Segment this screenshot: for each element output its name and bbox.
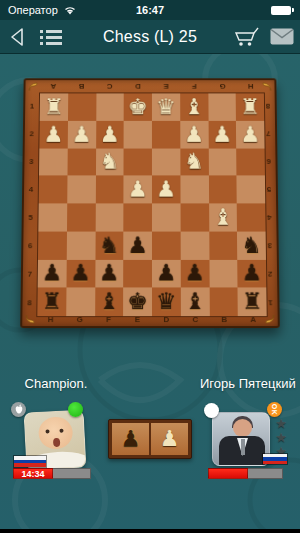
file-label: G (208, 80, 236, 92)
square-b2[interactable]: ♟ (208, 121, 236, 148)
square-d2[interactable] (152, 121, 180, 148)
square-c8[interactable]: ♝ (181, 288, 210, 316)
rank-label: 2 (25, 120, 39, 148)
file-labels-top: HGFEDCBA (39, 80, 265, 92)
status-clock: 16:47 (0, 4, 300, 16)
square-c7[interactable]: ♟ (180, 259, 209, 287)
russia-flag-icon (13, 455, 47, 468)
piece-white-king: ♚ (124, 93, 152, 120)
square-f3[interactable]: ♞ (95, 148, 123, 176)
app-screen: Оператор 16:47 Chess (L) 2 (0, 0, 300, 533)
piece-white-pawn: ♟ (236, 121, 264, 148)
piece-black-pawn: ♟ (237, 259, 266, 287)
russia-flag-icon (262, 453, 288, 465)
piece-white-knight: ♞ (95, 148, 123, 176)
square-g7[interactable]: ♟ (66, 259, 95, 287)
square-f5[interactable] (95, 203, 123, 231)
online-status-dot (68, 402, 83, 417)
avatar-photo (233, 419, 252, 437)
square-f4[interactable] (95, 176, 123, 204)
square-e5[interactable] (124, 203, 152, 231)
square-h8[interactable]: ♜ (37, 288, 66, 316)
status-bar: Оператор 16:47 (0, 0, 300, 20)
rank-label: 6 (23, 232, 37, 260)
square-h2[interactable]: ♟ (39, 121, 67, 148)
star-icon: ★ (275, 431, 287, 444)
black-pawn-icon: ♟ (121, 428, 141, 450)
square-e1[interactable]: ♚ (124, 93, 152, 120)
square-a7[interactable]: ♟ (237, 259, 266, 287)
file-label: D (124, 80, 152, 92)
square-h5[interactable] (38, 203, 67, 231)
rank-label: 7 (23, 260, 37, 289)
chess-board: HGFEDCBA HGFEDCBA 12345678 12345678 ♜♚♛♝… (20, 78, 280, 328)
square-a3[interactable] (236, 148, 265, 176)
square-g4[interactable] (67, 176, 95, 204)
piece-black-pawn: ♟ (180, 259, 209, 287)
square-h6[interactable] (38, 231, 67, 259)
board-frame: HGFEDCBA HGFEDCBA 12345678 12345678 ♜♚♛♝… (20, 78, 280, 328)
square-d4[interactable]: ♟ (152, 176, 180, 204)
apple-platform-icon (11, 402, 26, 417)
bottom-bar (0, 529, 300, 533)
player-right-name: Игорь Пятецкий (200, 376, 294, 391)
file-label: E (152, 80, 180, 92)
rank-label: 5 (24, 203, 38, 231)
square-a8[interactable]: ♜ (238, 288, 267, 316)
file-label: A (39, 80, 67, 92)
square-f8[interactable]: ♝ (95, 288, 124, 316)
square-d1[interactable]: ♛ (152, 93, 180, 120)
square-h1[interactable]: ♜ (40, 93, 68, 120)
square-a2[interactable]: ♟ (236, 121, 264, 148)
piece-white-queen: ♛ (152, 93, 180, 120)
square-e8[interactable]: ♚ (123, 288, 152, 316)
player-left-timer: 14:34 (13, 468, 91, 479)
rank-label: 4 (24, 175, 38, 203)
list-icon (40, 29, 62, 45)
rank-label: 8 (22, 288, 36, 317)
square-g1[interactable] (68, 93, 96, 120)
timer-value: 14:34 (13, 468, 53, 479)
back-chevron-icon (9, 27, 25, 47)
square-c5[interactable] (180, 203, 209, 231)
square-d7[interactable]: ♟ (152, 259, 181, 287)
square-g5[interactable] (67, 203, 96, 231)
square-c1[interactable]: ♝ (180, 93, 208, 120)
square-h7[interactable]: ♟ (38, 259, 67, 287)
square-a4[interactable] (237, 176, 266, 204)
piece-white-pawn: ♟ (208, 121, 236, 148)
square-g2[interactable]: ♟ (67, 121, 95, 148)
square-e7[interactable] (123, 259, 152, 287)
board-grid: ♜♚♛♝♜♟♟♟♟♟♟♞♞♟♟♝♞♟♞♟♟♟♟♟♟♜♝♚♛♝♜ (36, 92, 267, 317)
square-a6[interactable]: ♞ (237, 231, 266, 259)
piece-white-pawn: ♟ (180, 121, 208, 148)
square-a5[interactable] (237, 203, 266, 231)
cart-icon (234, 26, 260, 48)
square-c3[interactable]: ♞ (180, 148, 208, 176)
piece-white-pawn: ♟ (39, 121, 67, 148)
piece-black-pawn: ♟ (95, 259, 124, 287)
square-g3[interactable] (67, 148, 95, 176)
square-g8[interactable] (66, 288, 95, 316)
file-label: C (95, 80, 123, 92)
square-f1[interactable] (96, 93, 124, 120)
file-label: B (67, 80, 95, 92)
square-h4[interactable] (39, 176, 68, 204)
piece-black-pawn: ♟ (66, 259, 95, 287)
file-label: F (180, 80, 208, 92)
square-b8[interactable] (209, 288, 238, 316)
timer-value (208, 468, 248, 479)
square-d5[interactable] (152, 203, 180, 231)
piece-white-pawn: ♟ (67, 121, 95, 148)
ok-platform-icon: OK (267, 402, 282, 417)
square-b3[interactable] (208, 148, 236, 176)
square-a1[interactable]: ♜ (236, 93, 264, 120)
timer-track (248, 468, 283, 479)
piece-black-king: ♚ (123, 288, 152, 316)
piece-white-bishop: ♝ (180, 93, 208, 120)
piece-black-pawn: ♟ (152, 259, 181, 287)
square-d3[interactable] (152, 148, 180, 176)
square-d8[interactable]: ♛ (152, 288, 181, 316)
piece-white-pawn: ♟ (124, 176, 152, 204)
mail-button[interactable] (266, 20, 298, 54)
square-b1[interactable] (208, 93, 236, 120)
mail-icon (270, 28, 294, 45)
square-c2[interactable]: ♟ (180, 121, 208, 148)
square-c4[interactable] (180, 176, 208, 204)
piece-white-bishop: ♝ (209, 203, 238, 231)
piece-white-rook: ♜ (236, 93, 264, 120)
square-d6[interactable] (152, 231, 181, 259)
piece-black-rook: ♜ (37, 288, 66, 316)
side-color-panel: ♟ ♟ (108, 419, 192, 459)
square-e6[interactable]: ♟ (123, 231, 151, 259)
star-icon: ★ (275, 417, 287, 430)
piece-black-rook: ♜ (238, 288, 267, 316)
nav-bar: Chess (L) 25 (0, 20, 300, 54)
avatar-photo-detail (241, 439, 245, 455)
square-b6[interactable] (209, 231, 238, 259)
piece-white-knight: ♞ (180, 148, 208, 176)
piece-white-pawn: ♟ (96, 121, 124, 148)
piece-black-queen: ♛ (152, 288, 181, 316)
piece-black-knight: ♞ (95, 231, 124, 259)
back-button[interactable] (0, 20, 34, 54)
square-b7[interactable] (209, 259, 238, 287)
player-right-timer (208, 468, 283, 479)
black-side-cell: ♟ (112, 423, 149, 455)
square-e3[interactable] (124, 148, 152, 176)
square-f2[interactable]: ♟ (96, 121, 124, 148)
piece-white-pawn: ♟ (152, 176, 180, 204)
square-b5[interactable]: ♝ (209, 203, 238, 231)
square-e4[interactable]: ♟ (124, 176, 152, 204)
piece-black-pawn: ♟ (123, 231, 151, 259)
piece-black-bishop: ♝ (181, 288, 210, 316)
player-left-name: Champion. (10, 376, 102, 391)
square-h3[interactable] (39, 148, 67, 176)
offline-status-dot (204, 403, 219, 418)
square-c6[interactable] (180, 231, 209, 259)
shop-button[interactable] (230, 20, 264, 54)
rank-label: 1 (25, 92, 39, 119)
rank-label: 3 (24, 148, 38, 176)
square-b4[interactable] (208, 176, 237, 204)
square-f7[interactable]: ♟ (95, 259, 124, 287)
square-e2[interactable] (124, 121, 152, 148)
file-label: H (237, 80, 265, 92)
battery-icon (271, 6, 294, 15)
white-pawn-icon: ♟ (160, 428, 180, 450)
piece-black-bishop: ♝ (95, 288, 124, 316)
timer-track (53, 468, 91, 479)
square-f6[interactable]: ♞ (95, 231, 124, 259)
piece-black-knight: ♞ (237, 231, 266, 259)
square-g6[interactable] (66, 231, 95, 259)
page-title: Chess (L) 25 (60, 28, 240, 46)
piece-black-pawn: ♟ (38, 259, 67, 287)
piece-white-rook: ♜ (40, 93, 68, 120)
white-side-cell: ♟ (149, 423, 188, 455)
